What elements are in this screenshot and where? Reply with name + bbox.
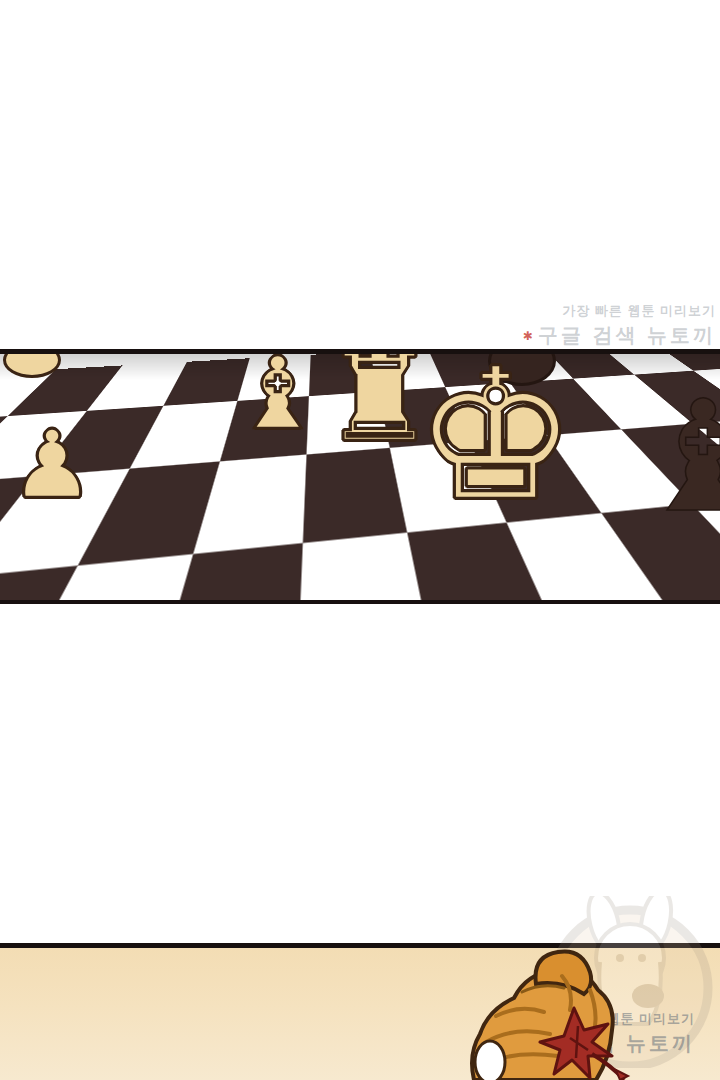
white-bishop: ♝ xyxy=(233,349,323,444)
watermark-top: 가장 빠른 웹툰 미리보기 ✱구글 검색 뉴토끼 xyxy=(523,302,716,349)
watermark-top-line1: 가장 빠른 웹툰 미리보기 xyxy=(523,302,716,320)
chessboard-panel: ♝♜♟♚♝ xyxy=(0,349,720,604)
watermark-top-line2: ✱구글 검색 뉴토끼 xyxy=(523,322,716,349)
red-star-icon: ✱ xyxy=(523,329,536,343)
character-head xyxy=(466,946,720,1080)
white-pawn: ♟ xyxy=(10,418,94,512)
white-king: ♚ xyxy=(414,349,577,526)
black-bishop: ♝ xyxy=(634,380,720,534)
